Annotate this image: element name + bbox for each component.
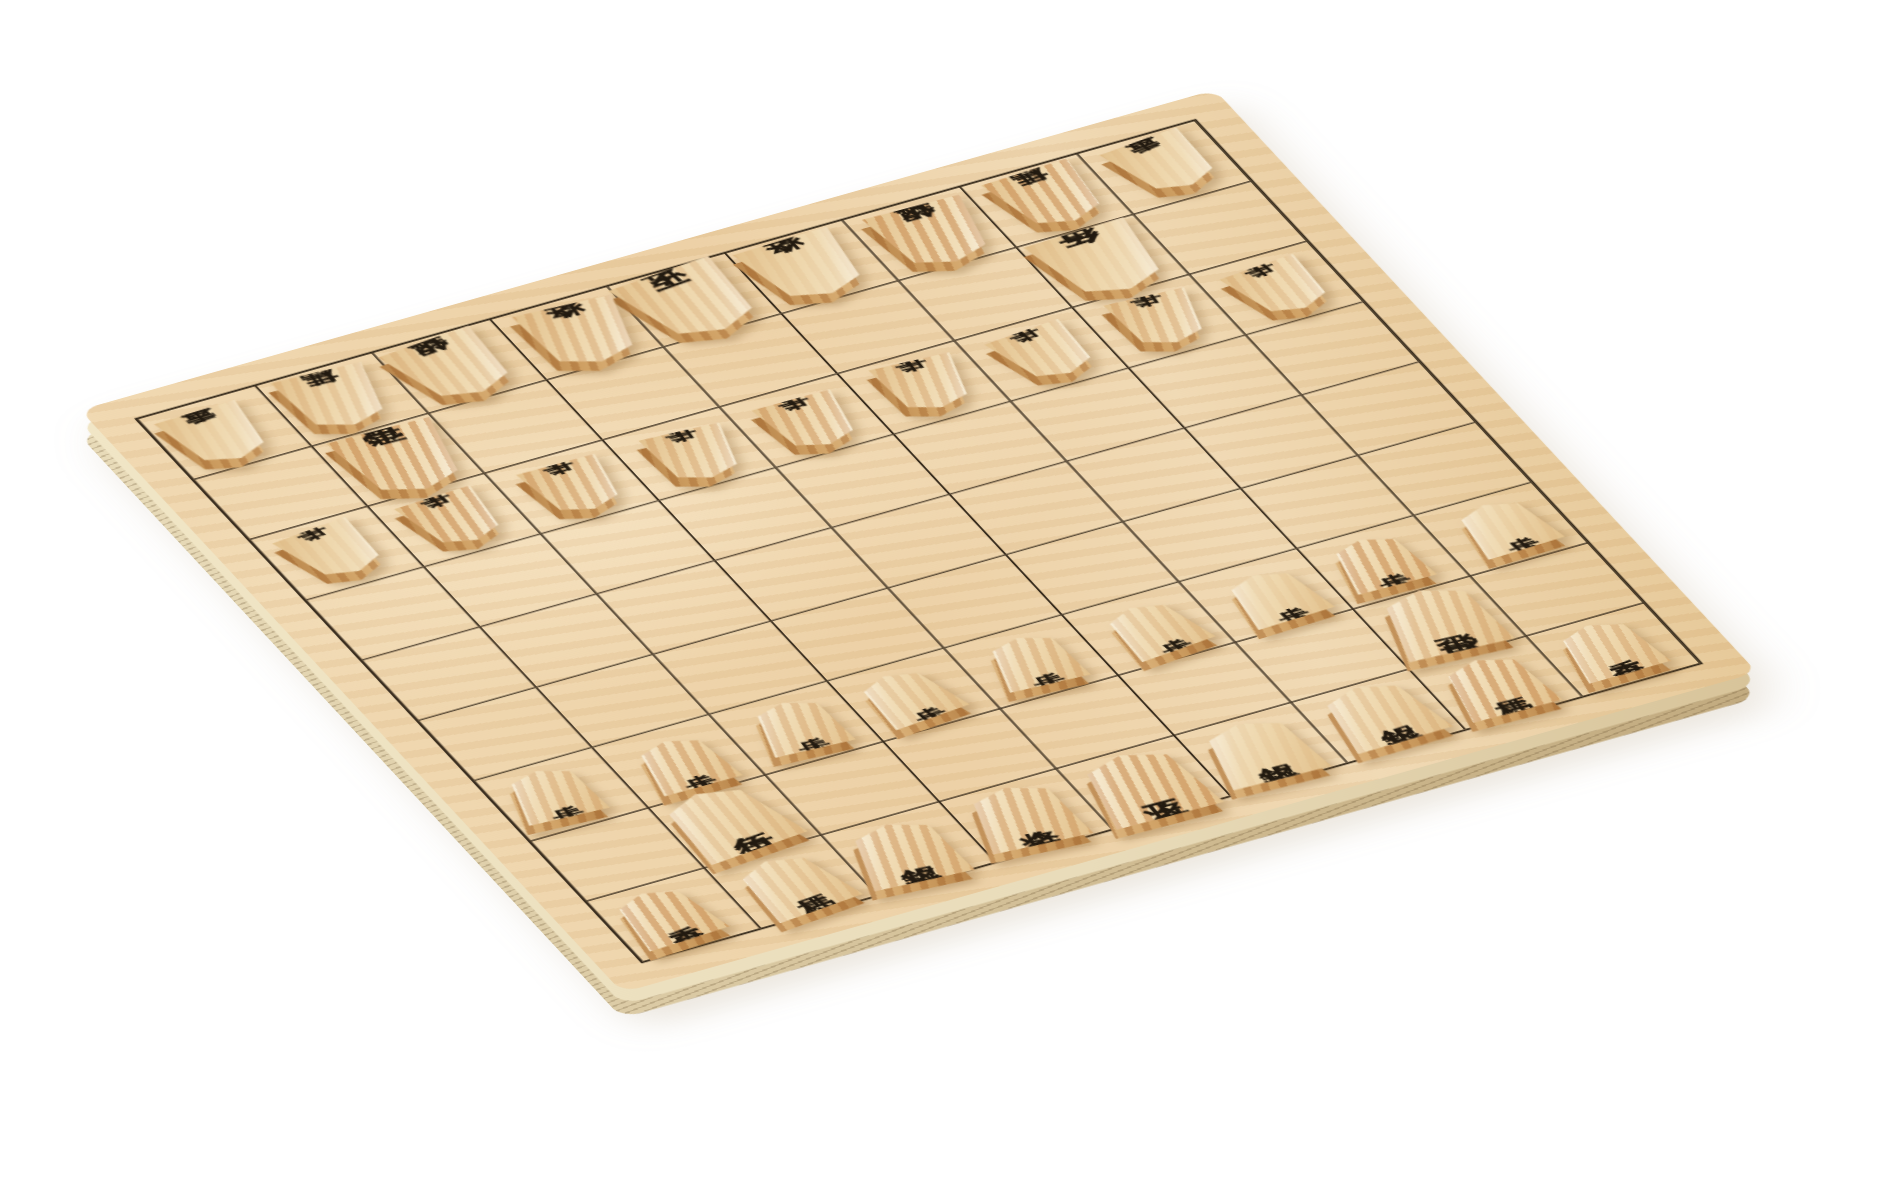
piece-kanji-label: 歩兵	[1139, 623, 1169, 634]
piece-pawn-4c[interactable]: 歩兵	[868, 352, 984, 417]
piece-pawn-2g[interactable]: 歩兵	[1320, 529, 1438, 595]
piece-lance-1a[interactable]: 香車	[1099, 127, 1231, 199]
piece-face: 歩兵	[638, 422, 754, 487]
piece-kanji-label: 歩兵	[909, 380, 941, 388]
piece-kanji-label: 歩兵	[1144, 315, 1176, 323]
piece-king-5i[interactable]: 玉将	[1065, 741, 1226, 830]
piece-kanji-label: 銀将	[915, 229, 953, 240]
piece-pawn-6c[interactable]: 歩兵	[638, 422, 754, 487]
piece-kanji-label: 角行	[709, 814, 747, 828]
board-surface: 香車桂馬銀将角行金将歩兵王将歩兵金将歩兵銀将歩兵桂馬歩兵香車歩兵飛車歩兵歩兵歩兵…	[80, 90, 1757, 993]
piece-gold-6i[interactable]: 金将	[954, 777, 1094, 855]
piece-pawn-7c[interactable]: 歩兵	[515, 454, 634, 520]
piece-pawn-7g[interactable]: 歩兵	[741, 694, 857, 759]
piece-kanji-label: 桂馬	[777, 879, 810, 891]
piece-kanji-label: 銀将	[1241, 746, 1279, 756]
piece-kanji-label: 桂馬	[1033, 191, 1067, 202]
piece-pawn-5g[interactable]: 歩兵	[976, 629, 1092, 694]
piece-kanji-label: 香車	[650, 911, 682, 922]
piece-kanji-label: 香車	[1592, 644, 1624, 654]
piece-kanji-label: 銀将	[886, 848, 925, 857]
piece-kanji-label: 歩兵	[559, 482, 591, 491]
piece-knight-8a[interactable]: 桂馬	[269, 362, 401, 436]
piece-lance-1i[interactable]: 香車	[1545, 614, 1672, 685]
piece-kanji-label: 歩兵	[1489, 522, 1520, 532]
piece-pawn-6g[interactable]: 歩兵	[846, 663, 970, 731]
piece-kanji-label: 歩兵	[1031, 347, 1061, 358]
piece-kanji-label: 金将	[788, 261, 825, 273]
piece-face: 歩兵	[846, 663, 970, 731]
piece-kanji-label: 歩兵	[1266, 282, 1296, 293]
piece-kanji-label: 金将	[562, 329, 601, 339]
piece-lance-9a[interactable]: 香車	[153, 400, 282, 471]
piece-kanji-label: 銀将	[1362, 708, 1399, 720]
piece-face: 桂馬	[269, 362, 401, 436]
piece-face: 歩兵	[1092, 595, 1216, 663]
piece-kanji-label: 歩兵	[1259, 592, 1290, 602]
piece-kanji-label: 桂馬	[318, 394, 353, 403]
piece-kanji-label: 王将	[672, 294, 712, 309]
piece-pawn-9c[interactable]: 歩兵	[272, 517, 397, 585]
piece-pawn-1g[interactable]: 歩兵	[1444, 493, 1566, 560]
piece-kanji-label: 桂馬	[1479, 681, 1514, 691]
piece-silver-7i[interactable]: 銀将	[835, 814, 975, 892]
piece-kanji-label: 歩兵	[537, 790, 569, 798]
piece-kanji-label: 飛車	[382, 454, 422, 465]
piece-kanji-label: 歩兵	[1363, 558, 1395, 567]
piece-pawn-1c[interactable]: 歩兵	[1219, 254, 1343, 322]
piece-kanji-label: 歩兵	[783, 722, 815, 730]
piece-kanji-label: 歩兵	[795, 417, 827, 426]
piece-knight-2a[interactable]: 桂馬	[980, 158, 1119, 234]
page: { "game": "shogi", "orientation": { "nea…	[0, 0, 1891, 1200]
piece-face: 銀将	[1306, 674, 1454, 755]
piece-pawn-3c[interactable]: 歩兵	[984, 318, 1108, 386]
piece-kanji-label: 歩兵	[439, 513, 470, 523]
piece-kanji-label: 銀将	[435, 360, 471, 373]
piece-pawn-3g[interactable]: 歩兵	[1214, 563, 1336, 630]
piece-silver-4i[interactable]: 銀将	[1189, 711, 1333, 791]
piece-kanji-label: 香車	[202, 430, 234, 440]
piece-face: 歩兵	[868, 352, 984, 417]
piece-pawn-5c[interactable]: 歩兵	[751, 389, 870, 455]
piece-kanji-label: 飛車	[1420, 615, 1461, 625]
piece-kanji-label: 歩兵	[1018, 657, 1050, 665]
piece-kanji-label: 香車	[1150, 157, 1181, 169]
piece-silver-7a[interactable]: 銀将	[377, 325, 529, 408]
piece-kanji-label: 歩兵	[668, 759, 700, 768]
piece-silver-3i[interactable]: 銀将	[1306, 674, 1454, 755]
piece-pawn-9g[interactable]: 歩兵	[495, 762, 611, 827]
piece-kanji-label: 金将	[1005, 811, 1044, 820]
piece-kanji-label: 歩兵	[679, 450, 711, 458]
piece-silver-3a[interactable]: 銀将	[861, 194, 1006, 274]
piece-kanji-label: 角行	[1082, 254, 1121, 267]
pieces-layer: 香車桂馬銀将角行金将歩兵王将歩兵金将歩兵銀将歩兵桂馬歩兵香車歩兵飛車歩兵歩兵歩兵…	[80, 90, 1757, 993]
product-photo-scene: 香車桂馬銀将角行金将歩兵王将歩兵金将歩兵銀将歩兵桂馬歩兵香車歩兵飛車歩兵歩兵歩兵…	[0, 0, 1891, 1200]
piece-lance-9i[interactable]: 香車	[601, 881, 731, 952]
piece-kanji-label: 歩兵	[893, 691, 923, 702]
piece-kanji-label: 歩兵	[319, 545, 349, 556]
piece-kanji-label: 玉将	[1124, 780, 1166, 792]
shogi-board: 香車桂馬銀将角行金将歩兵王将歩兵金将歩兵銀将歩兵桂馬歩兵香車歩兵飛車歩兵歩兵歩兵…	[80, 90, 1757, 993]
piece-pawn-4g[interactable]: 歩兵	[1092, 595, 1216, 663]
